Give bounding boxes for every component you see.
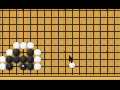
black-stone (13, 49, 20, 56)
white-stone (27, 42, 34, 49)
white-stone (34, 56, 41, 63)
black-stone (13, 56, 20, 63)
white-stone (0, 56, 6, 63)
white-stone (20, 42, 27, 49)
black-stone (6, 56, 13, 63)
black-stone (27, 56, 34, 63)
black-stone (6, 63, 13, 70)
black-stone (27, 63, 34, 70)
white-stone (34, 63, 41, 70)
star-point (106, 9, 108, 11)
black-stone (27, 49, 34, 56)
white-stone (34, 49, 41, 56)
star-point (22, 51, 24, 53)
white-stone (0, 63, 6, 70)
white-stone (6, 49, 13, 56)
star-point (64, 51, 66, 53)
last-move-marker (22, 65, 24, 67)
go-board-front-edge (0, 76, 120, 80)
go-app-screen (0, 0, 120, 90)
white-stone (13, 42, 20, 49)
star-point (64, 9, 66, 11)
star-point (22, 9, 24, 11)
star-point (106, 51, 108, 53)
black-stone (20, 56, 27, 63)
